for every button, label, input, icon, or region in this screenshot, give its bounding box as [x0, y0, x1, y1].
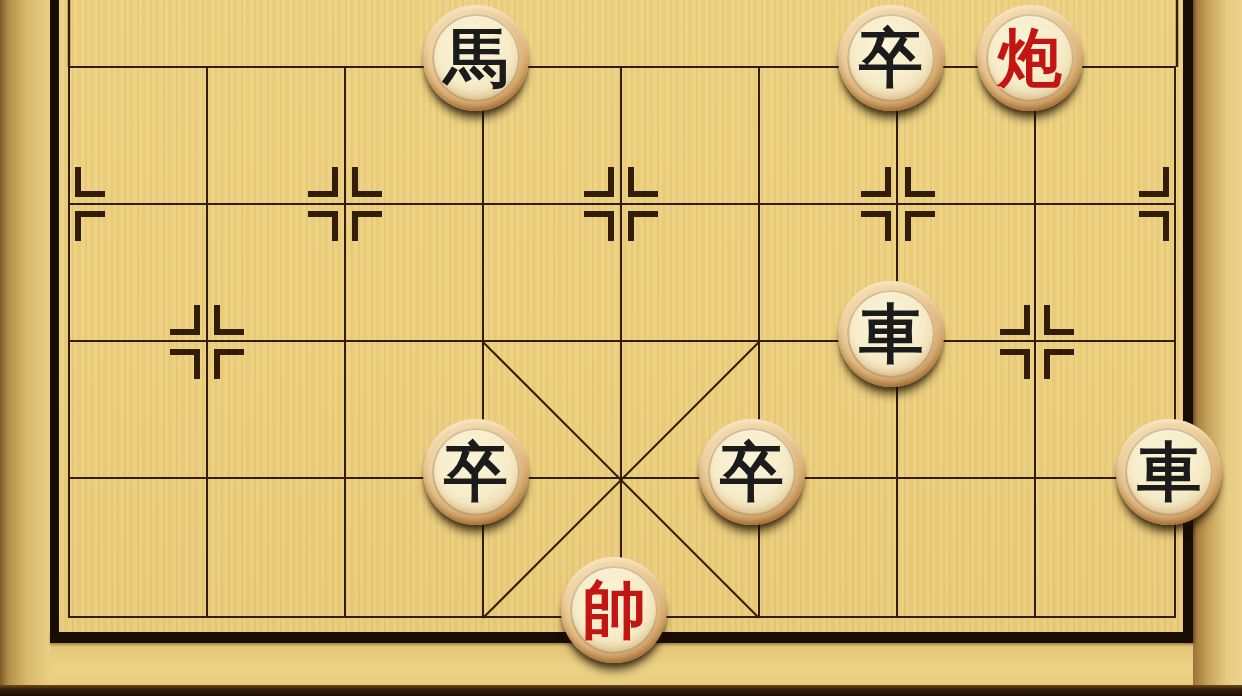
piece-face: 炮: [986, 14, 1074, 102]
piece-black-horse-d5[interactable]: 馬: [423, 5, 529, 111]
board-cell: [622, 205, 760, 342]
piece-face: 卒: [432, 428, 520, 516]
board-outer-margin-left: [0, 0, 50, 696]
piece-face: 卒: [708, 428, 796, 516]
board-cell: [70, 342, 208, 479]
board-cell: [70, 479, 208, 616]
piece-glyph-red-general-e1: 帥: [582, 578, 646, 642]
board-cell: [208, 68, 346, 205]
piece-face: 帥: [570, 566, 658, 654]
piece-black-pawn-d2[interactable]: 卒: [423, 419, 529, 525]
piece-glyph-black-chariot-g3: 車: [859, 302, 923, 366]
board-outer-margin-right: [1193, 0, 1242, 696]
board-cell: [208, 479, 346, 616]
piece-glyph-black-horse-d5: 馬: [444, 26, 508, 90]
piece-face: 馬: [432, 14, 520, 102]
xiangqi-board: 馬卒炮車卒卒車帥: [0, 0, 1242, 696]
piece-red-cannon-h5[interactable]: 炮: [977, 5, 1083, 111]
piece-black-chariot-i2[interactable]: 車: [1116, 419, 1222, 525]
board-cell: [346, 205, 484, 342]
piece-glyph-black-pawn-g5: 卒: [859, 26, 923, 90]
board-cell: [898, 479, 1036, 616]
piece-face: 車: [847, 290, 935, 378]
board-frame-right: [1183, 0, 1193, 643]
piece-black-pawn-g5[interactable]: 卒: [838, 5, 944, 111]
piece-black-pawn-f2[interactable]: 卒: [699, 419, 805, 525]
board-cell: [70, 68, 208, 205]
piece-glyph-black-pawn-f2: 卒: [720, 440, 784, 504]
piece-glyph-red-cannon-h5: 炮: [998, 26, 1062, 90]
board-cell: [70, 205, 208, 342]
board-grid: [68, 66, 1176, 618]
piece-face: 卒: [847, 14, 935, 102]
board-frame-left: [50, 0, 59, 643]
piece-black-chariot-g3[interactable]: 車: [838, 281, 944, 387]
board-bottom-edge-shadow: [0, 685, 1242, 696]
board-cell: [1036, 205, 1174, 342]
piece-glyph-black-pawn-d2: 卒: [444, 440, 508, 504]
piece-glyph-black-chariot-i2: 車: [1137, 440, 1201, 504]
board-cell: [208, 342, 346, 479]
piece-face: 車: [1125, 428, 1213, 516]
piece-red-general-e1[interactable]: 帥: [561, 557, 667, 663]
board-cell: [622, 68, 760, 205]
board-cell: [208, 205, 346, 342]
board-cell: [484, 205, 622, 342]
